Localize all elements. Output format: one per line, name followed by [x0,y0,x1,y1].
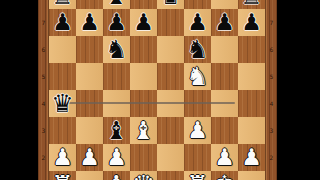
square-g3[interactable] [211,117,238,144]
rank-label-3-left: 3 [39,127,48,135]
square-g1[interactable]: ♚ [211,171,238,180]
square-f6[interactable]: ♞ [184,36,211,63]
black-queen-a4[interactable]: ♛ [51,90,73,117]
square-c1[interactable]: ♝ [103,171,130,180]
square-h5[interactable] [238,63,265,90]
black-bishop-c8[interactable]: ♝ [105,0,127,9]
black-king-e8[interactable]: ♚ [159,0,181,9]
square-e8[interactable]: ♚ [157,0,184,9]
black-rook-a8[interactable]: ♜ [51,0,73,9]
square-d3[interactable]: ♝ [130,117,157,144]
square-b6[interactable] [76,36,103,63]
square-e1[interactable] [157,171,184,180]
black-pawn-d7[interactable]: ♟ [133,9,154,36]
white-rook-a1[interactable]: ♜ [51,171,73,180]
rank-label-6-right: 6 [267,46,276,54]
square-b7[interactable]: ♟ [76,9,103,36]
square-a2[interactable]: ♟ [49,144,76,171]
black-knight-f6[interactable]: ♞ [186,36,208,63]
square-e6[interactable] [157,36,184,63]
white-pawn-h2[interactable]: ♟ [241,144,262,171]
white-pawn-c2[interactable]: ♟ [106,144,127,171]
black-pawn-f7[interactable]: ♟ [187,9,208,36]
square-b3[interactable] [76,117,103,144]
white-pawn-f3[interactable]: ♟ [187,117,208,144]
black-rook-h8[interactable]: ♜ [240,0,262,9]
rank-label-4-left: 4 [39,100,48,108]
square-d5[interactable] [130,63,157,90]
white-pawn-g2[interactable]: ♟ [214,144,235,171]
square-c5[interactable] [103,63,130,90]
square-d1[interactable]: ♛ [130,171,157,180]
white-rook-f1[interactable]: ♜ [186,171,208,180]
square-a6[interactable] [49,36,76,63]
square-f5[interactable]: ♞ [184,63,211,90]
white-bishop-d3[interactable]: ♝ [132,117,154,144]
square-a1[interactable]: ♜ [49,171,76,180]
square-a5[interactable] [49,63,76,90]
square-h4[interactable] [238,90,265,117]
square-h7[interactable]: ♟ [238,9,265,36]
square-c6[interactable]: ♞ [103,36,130,63]
white-king-g1[interactable]: ♚ [213,171,235,180]
square-c2[interactable]: ♟ [103,144,130,171]
black-pawn-h7[interactable]: ♟ [241,9,262,36]
square-b1[interactable] [76,171,103,180]
square-d8[interactable] [130,0,157,9]
square-a8[interactable]: ♜ [49,0,76,9]
rank-label-5-left: 5 [39,73,48,81]
square-f3[interactable]: ♟ [184,117,211,144]
white-bishop-c1[interactable]: ♝ [105,171,127,180]
square-a3[interactable] [49,117,76,144]
video-frame: ♜♝♚♜♟♟♟♟♟♟♟♞♞♞♛♝♝♟♟♟♟♟♟♜♝♛♜♚ 88776655443… [0,0,320,180]
square-f2[interactable] [184,144,211,171]
black-knight-c6[interactable]: ♞ [105,36,127,63]
rank-label-7-left: 7 [39,19,48,27]
square-a7[interactable]: ♟ [49,9,76,36]
square-g7[interactable]: ♟ [211,9,238,36]
square-h3[interactable] [238,117,265,144]
white-knight-f5[interactable]: ♞ [186,63,208,90]
square-c8[interactable]: ♝ [103,0,130,9]
square-g5[interactable] [211,63,238,90]
white-queen-d1[interactable]: ♛ [132,171,154,180]
square-d2[interactable] [130,144,157,171]
black-pawn-b7[interactable]: ♟ [79,9,100,36]
square-e7[interactable] [157,9,184,36]
annotation-line [62,102,235,104]
square-h6[interactable] [238,36,265,63]
black-pawn-a7[interactable]: ♟ [52,9,73,36]
rank-label-6-left: 6 [39,46,48,54]
square-d7[interactable]: ♟ [130,9,157,36]
white-pawn-b2[interactable]: ♟ [79,144,100,171]
chess-board[interactable]: ♜♝♚♜♟♟♟♟♟♟♟♞♞♞♛♝♝♟♟♟♟♟♟♜♝♛♜♚ [49,0,265,180]
square-h1[interactable] [238,171,265,180]
white-pawn-a2[interactable]: ♟ [52,144,73,171]
square-c3[interactable]: ♝ [103,117,130,144]
square-d6[interactable] [130,36,157,63]
square-b8[interactable] [76,0,103,9]
square-g2[interactable]: ♟ [211,144,238,171]
square-b5[interactable] [76,63,103,90]
square-b2[interactable]: ♟ [76,144,103,171]
rank-label-2-right: 2 [267,154,276,162]
square-g6[interactable] [211,36,238,63]
square-e3[interactable] [157,117,184,144]
square-e5[interactable] [157,63,184,90]
rank-label-7-right: 7 [267,19,276,27]
square-g8[interactable] [211,0,238,9]
black-bishop-c3[interactable]: ♝ [105,117,127,144]
square-c7[interactable]: ♟ [103,9,130,36]
rank-label-3-right: 3 [267,127,276,135]
square-e2[interactable] [157,144,184,171]
square-f8[interactable] [184,0,211,9]
rank-label-4-right: 4 [267,100,276,108]
square-a4[interactable]: ♛ [49,90,76,117]
rank-label-2-left: 2 [39,154,48,162]
square-h2[interactable]: ♟ [238,144,265,171]
square-f1[interactable]: ♜ [184,171,211,180]
black-pawn-c7[interactable]: ♟ [106,9,127,36]
square-h8[interactable]: ♜ [238,0,265,9]
black-pawn-g7[interactable]: ♟ [214,9,235,36]
rank-label-5-right: 5 [267,73,276,81]
square-f7[interactable]: ♟ [184,9,211,36]
